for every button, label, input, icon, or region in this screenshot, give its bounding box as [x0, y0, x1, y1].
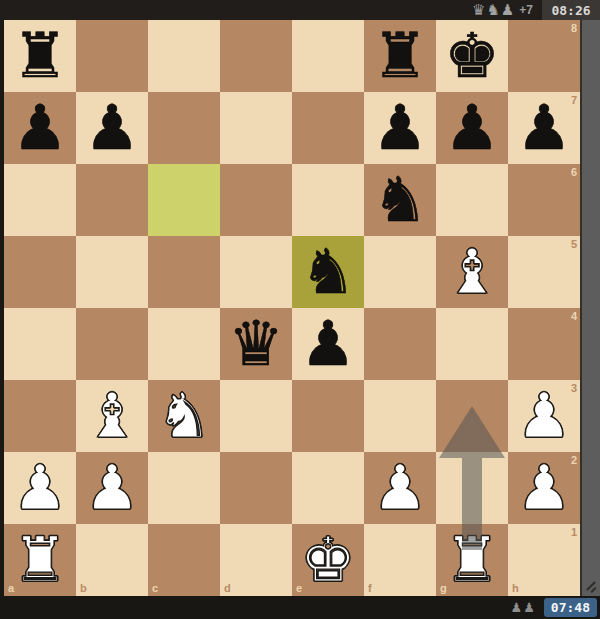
- captured-pawn-icon: ♟: [511, 601, 523, 614]
- square-a7[interactable]: ♟: [4, 92, 76, 164]
- square-c4[interactable]: [148, 308, 220, 380]
- square-f8[interactable]: ♜: [364, 20, 436, 92]
- white-rook[interactable]: ♜: [4, 524, 76, 596]
- resize-handle-icon[interactable]: [585, 580, 599, 594]
- square-a5[interactable]: [4, 236, 76, 308]
- square-d8[interactable]: [220, 20, 292, 92]
- black-king[interactable]: ♚: [436, 20, 508, 92]
- square-g4[interactable]: [436, 308, 508, 380]
- black-queen[interactable]: ♛: [220, 308, 292, 380]
- black-pawn[interactable]: ♟: [76, 92, 148, 164]
- black-pawn[interactable]: ♟: [364, 92, 436, 164]
- rank-label-5: 5: [571, 239, 577, 250]
- square-f2[interactable]: ♟: [364, 452, 436, 524]
- white-pawn[interactable]: ♟: [364, 452, 436, 524]
- square-e2[interactable]: [292, 452, 364, 524]
- player-clock: 07:48: [544, 598, 597, 617]
- square-b5[interactable]: [76, 236, 148, 308]
- square-g1[interactable]: g♜: [436, 524, 508, 596]
- file-label-c: c: [152, 583, 158, 594]
- chess-app-window: ♛♞♟ +7 08:26 ♜♜♚8♟♟♟♟7♟♞6♞♝5♛♟4♝♞3♟♟♟♟2♟…: [0, 0, 600, 619]
- square-e1[interactable]: e♚: [292, 524, 364, 596]
- captured-pawn-icon: ♟: [523, 601, 535, 614]
- black-pawn[interactable]: ♟: [292, 308, 364, 380]
- square-e4[interactable]: ♟: [292, 308, 364, 380]
- square-c2[interactable]: [148, 452, 220, 524]
- chess-board[interactable]: ♜♜♚8♟♟♟♟7♟♞6♞♝5♛♟4♝♞3♟♟♟♟2♟a♜bcde♚fg♜1h: [4, 20, 580, 596]
- square-c3[interactable]: ♞: [148, 380, 220, 452]
- player-bar: ♟♟ 07:48: [0, 596, 600, 619]
- square-c5[interactable]: [148, 236, 220, 308]
- white-king[interactable]: ♚: [292, 524, 364, 596]
- top-captured-pieces: ♛♞♟: [471, 3, 514, 18]
- square-a8[interactable]: ♜: [4, 20, 76, 92]
- square-a4[interactable]: [4, 308, 76, 380]
- black-rook[interactable]: ♜: [4, 20, 76, 92]
- square-d2[interactable]: [220, 452, 292, 524]
- white-knight[interactable]: ♞: [148, 380, 220, 452]
- square-g3[interactable]: [436, 380, 508, 452]
- square-f1[interactable]: f: [364, 524, 436, 596]
- square-h2[interactable]: 2♟: [508, 452, 580, 524]
- square-g7[interactable]: ♟: [436, 92, 508, 164]
- square-h3[interactable]: 3♟: [508, 380, 580, 452]
- captured-knight-icon: ♞: [486, 3, 499, 18]
- rank-label-4: 4: [571, 311, 577, 322]
- square-d3[interactable]: [220, 380, 292, 452]
- board-resize-gutter: [580, 20, 600, 596]
- square-h1[interactable]: 1h: [508, 524, 580, 596]
- square-h7[interactable]: 7♟: [508, 92, 580, 164]
- white-rook[interactable]: ♜: [436, 524, 508, 596]
- square-b6[interactable]: [76, 164, 148, 236]
- square-a1[interactable]: a♜: [4, 524, 76, 596]
- black-pawn[interactable]: ♟: [508, 92, 580, 164]
- square-h6[interactable]: 6: [508, 164, 580, 236]
- square-g8[interactable]: ♚: [436, 20, 508, 92]
- square-b3[interactable]: ♝: [76, 380, 148, 452]
- square-g2[interactable]: [436, 452, 508, 524]
- board-zone: ♜♜♚8♟♟♟♟7♟♞6♞♝5♛♟4♝♞3♟♟♟♟2♟a♜bcde♚fg♜1h: [0, 20, 600, 596]
- black-knight[interactable]: ♞: [364, 164, 436, 236]
- square-e6[interactable]: [292, 164, 364, 236]
- square-d5[interactable]: [220, 236, 292, 308]
- square-b2[interactable]: ♟: [76, 452, 148, 524]
- white-pawn[interactable]: ♟: [508, 380, 580, 452]
- square-f6[interactable]: ♞: [364, 164, 436, 236]
- square-c8[interactable]: [148, 20, 220, 92]
- white-pawn[interactable]: ♟: [76, 452, 148, 524]
- square-d4[interactable]: ♛: [220, 308, 292, 380]
- rank-label-1: 1: [571, 527, 577, 538]
- rank-label-6: 6: [571, 167, 577, 178]
- square-f4[interactable]: [364, 308, 436, 380]
- black-pawn[interactable]: ♟: [4, 92, 76, 164]
- square-b1[interactable]: b: [76, 524, 148, 596]
- square-h8[interactable]: 8: [508, 20, 580, 92]
- square-g5[interactable]: ♝: [436, 236, 508, 308]
- white-bishop[interactable]: ♝: [76, 380, 148, 452]
- square-e3[interactable]: [292, 380, 364, 452]
- square-f5[interactable]: [364, 236, 436, 308]
- square-e5[interactable]: ♞: [292, 236, 364, 308]
- square-h4[interactable]: 4: [508, 308, 580, 380]
- black-knight[interactable]: ♞: [292, 236, 364, 308]
- rank-label-8: 8: [571, 23, 577, 34]
- square-d7[interactable]: [220, 92, 292, 164]
- square-c1[interactable]: c: [148, 524, 220, 596]
- white-pawn[interactable]: ♟: [4, 452, 76, 524]
- square-c6[interactable]: [148, 164, 220, 236]
- square-d6[interactable]: [220, 164, 292, 236]
- opponent-clock: 08:26: [542, 0, 600, 20]
- square-d1[interactable]: d: [220, 524, 292, 596]
- square-c7[interactable]: [148, 92, 220, 164]
- opponent-bar: ♛♞♟ +7 08:26: [0, 0, 600, 20]
- square-b4[interactable]: [76, 308, 148, 380]
- white-bishop[interactable]: ♝: [436, 236, 508, 308]
- captured-pawn-icon: ♟: [501, 3, 514, 18]
- square-f3[interactable]: [364, 380, 436, 452]
- square-h5[interactable]: 5: [508, 236, 580, 308]
- square-a2[interactable]: ♟: [4, 452, 76, 524]
- square-b8[interactable]: [76, 20, 148, 92]
- file-label-b: b: [80, 583, 87, 594]
- file-label-f: f: [368, 583, 372, 594]
- bottom-captured-pieces: ♟♟: [510, 601, 535, 614]
- square-e7[interactable]: [292, 92, 364, 164]
- black-rook[interactable]: ♜: [364, 20, 436, 92]
- file-label-d: d: [224, 583, 231, 594]
- square-f7[interactable]: ♟: [364, 92, 436, 164]
- square-g6[interactable]: [436, 164, 508, 236]
- square-b7[interactable]: ♟: [76, 92, 148, 164]
- captured-queen-icon: ♛: [472, 3, 485, 18]
- white-pawn[interactable]: ♟: [508, 452, 580, 524]
- file-label-h: h: [512, 583, 519, 594]
- square-a6[interactable]: [4, 164, 76, 236]
- black-pawn[interactable]: ♟: [436, 92, 508, 164]
- square-e8[interactable]: [292, 20, 364, 92]
- square-a3[interactable]: [4, 380, 76, 452]
- material-advantage: +7: [519, 3, 533, 17]
